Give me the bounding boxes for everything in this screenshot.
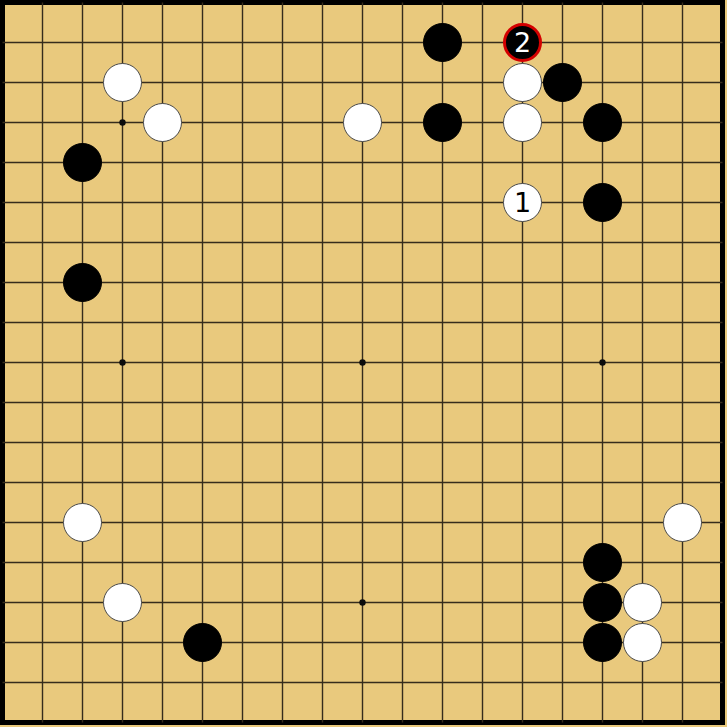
black-stone[interactable]: [183, 623, 223, 663]
white-stone[interactable]: [503, 63, 543, 103]
black-stone-last-move[interactable]: 2: [503, 23, 543, 63]
black-stone[interactable]: [63, 263, 103, 303]
black-stone[interactable]: [543, 63, 583, 103]
black-stone[interactable]: [63, 143, 103, 183]
black-stone[interactable]: [583, 103, 623, 143]
white-stone[interactable]: [503, 103, 543, 143]
go-board[interactable]: 21: [0, 0, 727, 727]
black-stone[interactable]: [423, 23, 463, 63]
white-stone[interactable]: [103, 63, 143, 103]
black-stone[interactable]: [423, 103, 463, 143]
black-stone[interactable]: [583, 183, 623, 223]
white-stone[interactable]: [623, 623, 663, 663]
white-stone[interactable]: [623, 583, 663, 623]
black-stone[interactable]: [583, 623, 623, 663]
white-stone[interactable]: [63, 503, 103, 543]
white-stone[interactable]: [143, 103, 183, 143]
white-stone[interactable]: [103, 583, 143, 623]
black-stone[interactable]: [583, 543, 623, 583]
board-grid[interactable]: 21: [0, 0, 727, 727]
white-stone[interactable]: [343, 103, 383, 143]
black-stone[interactable]: [583, 583, 623, 623]
white-stone[interactable]: [663, 503, 703, 543]
white-stone[interactable]: 1: [503, 183, 543, 223]
